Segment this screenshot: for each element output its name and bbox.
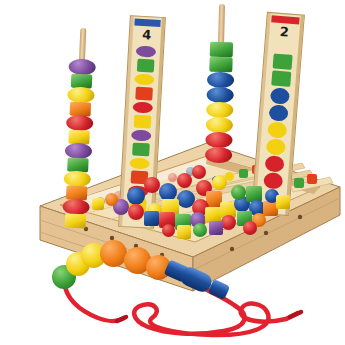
orange-sphere-bead — [100, 240, 127, 267]
purple-oval — [131, 127, 152, 142]
red-sphere-bead — [192, 165, 206, 179]
yellow-circle — [265, 137, 285, 155]
green-cube — [209, 42, 232, 58]
green-square — [271, 69, 291, 87]
red-sphere — [204, 147, 231, 163]
blue-sphere — [206, 72, 233, 88]
green-sphere-bead — [52, 265, 76, 289]
yellow-sphere-bead — [212, 175, 227, 190]
red-oval — [128, 183, 149, 198]
green-square — [136, 58, 154, 73]
green-sphere-bead — [231, 185, 246, 200]
yellow-sphere-bead — [81, 243, 106, 268]
yellow-sphere-bead — [66, 252, 90, 276]
yellow-oval — [134, 72, 155, 87]
yellow-circle-bead — [225, 172, 234, 181]
red-oval — [132, 99, 153, 114]
yellow-sphere — [63, 171, 91, 186]
red-sphere — [65, 115, 93, 130]
card-4-number: 4 — [129, 25, 164, 45]
green-square — [132, 141, 150, 156]
green-sphere-bead — [193, 223, 207, 237]
orangered-square — [130, 169, 148, 184]
purple-sphere — [68, 59, 96, 74]
green-cube-bead — [237, 211, 252, 226]
red-sphere-bead — [168, 173, 177, 182]
purple-cube-bead — [209, 221, 223, 235]
red-sphere-bead — [196, 180, 212, 196]
orange-sphere-bead — [124, 247, 151, 274]
purple-sphere — [64, 143, 92, 158]
wooden-dowel — [79, 28, 86, 60]
blue-sphere-bead — [234, 196, 250, 212]
right-bead-tower — [204, 4, 236, 163]
blue-cylinder-bead — [163, 259, 189, 282]
blue-circle — [269, 86, 289, 104]
yellow-square — [133, 114, 151, 129]
blue-barrel-bead — [178, 264, 215, 294]
yellow-sphere — [67, 87, 95, 102]
red-sphere-bead — [243, 221, 257, 235]
left-bead-tower — [60, 27, 99, 228]
orangered-square — [135, 86, 153, 101]
yellow-square — [128, 197, 146, 212]
red-sphere-bead — [192, 199, 209, 216]
green-cube-bead — [175, 214, 191, 230]
yellow-sphere — [206, 102, 233, 118]
purple-oval — [136, 44, 157, 59]
orange-sphere-bead — [252, 213, 266, 227]
red-circle — [263, 171, 283, 189]
yellow-cube — [64, 213, 86, 228]
blue-circle-bead — [212, 176, 221, 185]
card-4-sequence — [120, 43, 163, 213]
red-sphere-bead — [177, 173, 192, 188]
red-sphere — [62, 199, 90, 214]
orangered-square-bead — [307, 174, 317, 184]
yellow-cube-bead — [177, 225, 191, 239]
green-cube — [209, 57, 232, 73]
yellow-circle — [267, 120, 287, 138]
yellow-sphere — [205, 117, 232, 133]
blue-circle — [268, 103, 288, 121]
pattern-card-2: 2 — [251, 12, 305, 216]
blue-sphere-bead — [177, 190, 195, 208]
red-cube-bead — [159, 212, 175, 228]
yellow-cube-bead — [220, 202, 236, 218]
wooden-dowel — [218, 4, 225, 42]
green-square-bead — [294, 178, 304, 188]
yellow-cube-bead — [162, 199, 179, 216]
orange-sphere-bead — [146, 255, 171, 280]
red-sphere — [205, 132, 232, 148]
yellow-cube-bead — [92, 198, 104, 210]
blue-sphere-bead — [159, 183, 177, 201]
blue-sphere — [206, 87, 233, 103]
red-sphere-bead — [221, 215, 236, 230]
bead-game-photo: 4 2 — [0, 0, 345, 345]
blue-sphere-bead — [186, 167, 195, 176]
purple-sphere-bead — [96, 197, 105, 206]
red-circle — [264, 154, 284, 172]
yellow-oval — [129, 155, 150, 170]
blue-cylinder-bead — [208, 278, 231, 299]
orange-cube-bead — [206, 191, 222, 207]
purple-sphere-bead — [190, 212, 206, 228]
pattern-card-4: 4 — [118, 15, 166, 229]
yellow-cube-bead — [205, 207, 221, 223]
green-square-bead — [239, 169, 248, 178]
red-sphere-bead — [162, 224, 175, 237]
orange-sphere-bead — [105, 193, 118, 206]
card-2-sequence — [254, 40, 302, 190]
green-square — [272, 52, 292, 70]
